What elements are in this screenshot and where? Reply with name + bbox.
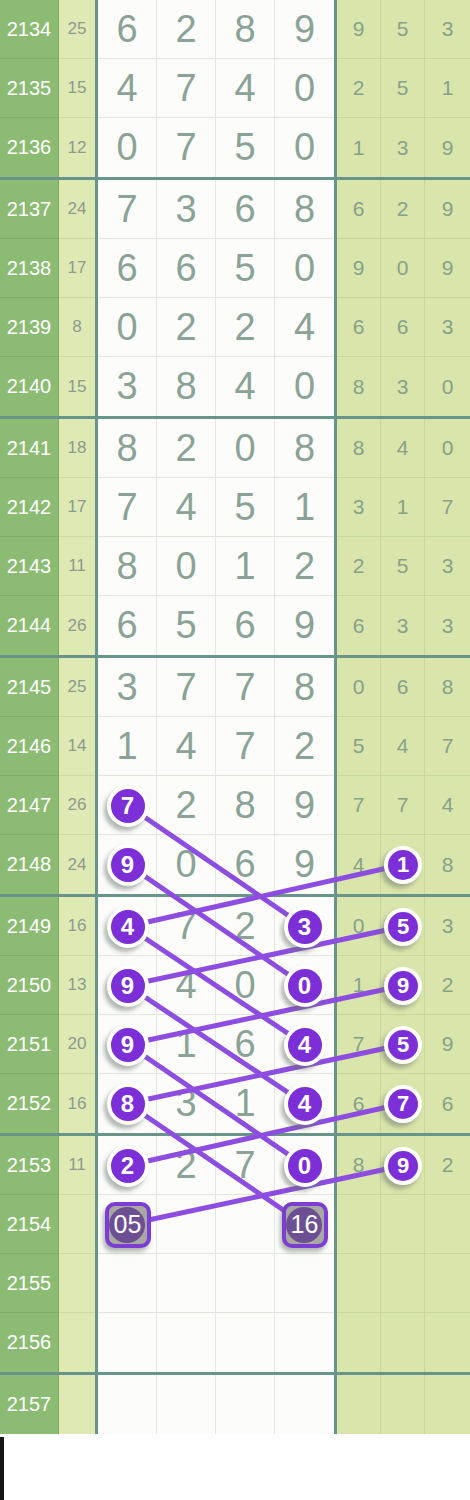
extra-digit-cell: 3: [425, 897, 470, 956]
table-row: 2138176650909: [0, 239, 470, 298]
digit-cell: 4: [157, 717, 216, 776]
digit-cell: [275, 1375, 334, 1434]
issue-number: 2148: [0, 835, 59, 894]
digit-cell: 3: [157, 1074, 216, 1133]
extra-digit-cell: 2: [337, 537, 381, 596]
digit-cell: 6: [216, 180, 275, 239]
trend-circle: 9: [107, 844, 149, 886]
sum-value: 15: [59, 357, 95, 416]
digit-cell: 9: [275, 596, 334, 655]
issue-number: 2136: [0, 118, 59, 177]
extra-digit-cell: 0: [337, 658, 381, 717]
digit-cell: [98, 1375, 157, 1434]
extra-digit-cell: 5: [381, 59, 425, 118]
extra-digit-cell: 8: [337, 357, 381, 416]
extra-digit-cell: 7: [425, 717, 470, 776]
extra-digit-cell: 2: [381, 180, 425, 239]
sum-value: 20: [59, 1015, 95, 1074]
issue-number: 2137: [0, 180, 59, 239]
issue-number: 2142: [0, 478, 59, 537]
digit-cell: 6: [216, 835, 275, 894]
sum-value: 12: [59, 118, 95, 177]
digit-cell: [216, 1375, 275, 1434]
digit-cell: 5: [216, 239, 275, 298]
extra-digit-cell: 3: [425, 537, 470, 596]
digit-cell: [157, 1195, 216, 1254]
extra-digit-cell: 3: [425, 298, 470, 357]
digit-cell: 6: [216, 596, 275, 655]
extra-digit-cell: 2: [425, 956, 470, 1015]
digit-cell: 2: [157, 0, 216, 59]
extra-digit-cell: 9: [425, 180, 470, 239]
digit-cell: 0: [98, 118, 157, 177]
extra-digit-cell: 3: [381, 596, 425, 655]
table-row: 2147267289774: [0, 776, 470, 835]
digit-cell: [216, 1254, 275, 1313]
digit-cell: 8: [157, 357, 216, 416]
lottery-trend-screen[interactable]: 2134256289953213515474025121361207501392…: [0, 0, 470, 1500]
extra-digit-cell: 3: [337, 478, 381, 537]
digit-cell: 7: [157, 59, 216, 118]
table-row: 2140153840830: [0, 357, 470, 416]
digit-cell: 0: [216, 956, 275, 1015]
digit-cell: 2: [157, 419, 216, 478]
table-row: 213980224663: [0, 298, 470, 357]
trend-circle: 1: [384, 846, 422, 884]
extra-digit-cell: 9: [425, 1015, 470, 1074]
issue-number: 2140: [0, 357, 59, 416]
digit-cell: 8: [216, 776, 275, 835]
digit-cell: 4: [216, 357, 275, 416]
issue-number: 2157: [0, 1375, 59, 1434]
extra-digit-cell: 0: [381, 239, 425, 298]
digit-cell: [275, 1254, 334, 1313]
extra-digit-cell: [425, 1195, 470, 1254]
extra-digit-cell: [337, 1195, 381, 1254]
digit-cell: 9: [275, 0, 334, 59]
table-row: 2135154740251: [0, 59, 470, 118]
digit-cell: 6: [98, 0, 157, 59]
extra-digit-cell: [381, 1375, 425, 1434]
digit-cell: 2: [275, 717, 334, 776]
extra-digit-cell: [425, 1313, 470, 1372]
extra-digit-cell: 3: [425, 596, 470, 655]
digit-cell: 9: [275, 835, 334, 894]
sum-value: [59, 1254, 95, 1313]
digit-cell: [157, 1313, 216, 1372]
trend-circle: 2: [107, 1145, 149, 1187]
pending-number-label: 05: [114, 1210, 142, 1239]
digit-cell: 1: [275, 478, 334, 537]
digit-cell: [275, 1313, 334, 1372]
extra-digit-cell: [337, 1375, 381, 1434]
extra-digit-cell: 9: [337, 0, 381, 59]
trend-circle: 4: [284, 1083, 326, 1125]
table-row: 2154: [0, 1195, 470, 1254]
digit-cell: 8: [216, 0, 275, 59]
sum-value: [59, 1313, 95, 1372]
trend-circle: 9: [384, 1147, 422, 1185]
extra-digit-cell: 9: [425, 239, 470, 298]
digit-cell: 4: [275, 298, 334, 357]
table-row: 2155: [0, 1254, 470, 1313]
trend-circle: 7: [384, 1085, 422, 1123]
digit-cell: 8: [275, 658, 334, 717]
extra-digit-cell: 1: [381, 478, 425, 537]
digit-cell: 6: [98, 596, 157, 655]
digit-cell: 0: [275, 357, 334, 416]
digit-cell: [98, 1254, 157, 1313]
extra-digit-cell: 5: [381, 0, 425, 59]
issue-number: 2155: [0, 1254, 59, 1313]
extra-digit-cell: [381, 1195, 425, 1254]
digit-cell: 3: [98, 357, 157, 416]
digit-cell: 4: [216, 59, 275, 118]
extra-digit-cell: 5: [381, 537, 425, 596]
extra-digit-cell: 9: [337, 239, 381, 298]
digit-cell: 8: [275, 180, 334, 239]
extra-digit-cell: 0: [425, 357, 470, 416]
extra-digit-cell: 7: [337, 1015, 381, 1074]
issue-number: 2156: [0, 1313, 59, 1372]
extra-digit-cell: 4: [381, 717, 425, 776]
digit-cell: 2: [275, 537, 334, 596]
sum-value: 25: [59, 658, 95, 717]
extra-digit-cell: 7: [381, 776, 425, 835]
digit-cell: 2: [157, 1136, 216, 1195]
extra-digit-cell: 6: [381, 298, 425, 357]
digit-cell: 2: [216, 298, 275, 357]
table-row: 2143118012253: [0, 537, 470, 596]
sum-value: 11: [59, 537, 95, 596]
issue-number: 2139: [0, 298, 59, 357]
digit-cell: 1: [216, 1074, 275, 1133]
digit-cell: 2: [157, 776, 216, 835]
trend-circle: 0: [284, 965, 326, 1007]
digit-cell: 6: [157, 239, 216, 298]
digit-cell: [157, 1375, 216, 1434]
issue-number: 2150: [0, 956, 59, 1015]
issue-number: 2146: [0, 717, 59, 776]
extra-digit-cell: [337, 1254, 381, 1313]
extra-digit-cell: 3: [425, 0, 470, 59]
extra-digit-cell: 3: [381, 118, 425, 177]
sum-value: [59, 1195, 95, 1254]
digit-cell: 5: [157, 596, 216, 655]
issue-number: 2135: [0, 59, 59, 118]
extra-digit-cell: 6: [337, 298, 381, 357]
sum-value: 17: [59, 478, 95, 537]
digit-cell: 8: [98, 419, 157, 478]
digit-cell: 2: [216, 897, 275, 956]
digit-cell: 7: [157, 658, 216, 717]
extra-digit-cell: 6: [381, 658, 425, 717]
sum-value: 11: [59, 1136, 95, 1195]
extra-digit-cell: 2: [425, 1136, 470, 1195]
sum-value: 18: [59, 419, 95, 478]
black-edge-mark: [0, 1437, 4, 1500]
digit-cell: 6: [216, 1015, 275, 1074]
extra-digit-cell: 6: [337, 180, 381, 239]
digit-cell: [216, 1313, 275, 1372]
trend-circle: 9: [107, 965, 149, 1007]
digit-cell: 3: [157, 180, 216, 239]
issue-number: 2152: [0, 1074, 59, 1133]
digit-cell: 6: [98, 239, 157, 298]
digit-cell: 8: [275, 419, 334, 478]
extra-digit-cell: 7: [337, 776, 381, 835]
digit-cell: 7: [216, 717, 275, 776]
extra-digit-cell: 1: [337, 118, 381, 177]
digit-cell: 8: [98, 537, 157, 596]
digit-cell: [98, 1313, 157, 1372]
digit-cell: 7: [98, 478, 157, 537]
trend-circle: 3: [284, 906, 326, 948]
trend-circle: 8: [107, 1083, 149, 1125]
table-row: 2136120750139: [0, 118, 470, 177]
digit-cell: 0: [157, 537, 216, 596]
issue-number: 2147: [0, 776, 59, 835]
issue-number: 2143: [0, 537, 59, 596]
digit-cell: [157, 1254, 216, 1313]
sum-value: 16: [59, 1074, 95, 1133]
extra-digit-cell: [425, 1375, 470, 1434]
digit-cell: 4: [157, 956, 216, 1015]
extra-digit-cell: 5: [337, 717, 381, 776]
extra-digit-cell: [337, 1313, 381, 1372]
table-row: 2142177451317: [0, 478, 470, 537]
trend-circle: 4: [284, 1024, 326, 1066]
issue-number: 2141: [0, 419, 59, 478]
digit-cell: 1: [98, 717, 157, 776]
trend-circle: 4: [107, 906, 149, 948]
extra-digit-cell: 4: [425, 776, 470, 835]
digit-cell: 0: [98, 298, 157, 357]
sum-value: 16: [59, 897, 95, 956]
extra-digit-cell: 4: [381, 419, 425, 478]
sum-value: 17: [59, 239, 95, 298]
extra-digit-cell: 4: [337, 835, 381, 894]
table-row: 2141188208840: [0, 416, 470, 478]
sum-value: 25: [59, 0, 95, 59]
extra-digit-cell: 8: [425, 658, 470, 717]
trend-circle: 5: [384, 908, 422, 946]
extra-digit-cell: 1: [425, 59, 470, 118]
digit-cell: 3: [98, 658, 157, 717]
sum-value: 24: [59, 180, 95, 239]
issue-number: 2138: [0, 239, 59, 298]
digit-cell: 1: [216, 537, 275, 596]
table-row: 2134256289953: [0, 0, 470, 59]
extra-digit-cell: 3: [381, 357, 425, 416]
issue-number: 2144: [0, 596, 59, 655]
trend-circle: 0: [284, 1145, 326, 1187]
issue-number: 2145: [0, 658, 59, 717]
extra-digit-cell: 6: [337, 1074, 381, 1133]
issue-number: 2149: [0, 897, 59, 956]
extra-digit-cell: 8: [337, 1136, 381, 1195]
trend-circle: 5: [384, 1026, 422, 1064]
extra-digit-cell: 9: [425, 118, 470, 177]
sum-value: 14: [59, 717, 95, 776]
trend-circle: 9: [107, 1024, 149, 1066]
digit-cell: 1: [157, 1015, 216, 1074]
issue-number: 2134: [0, 0, 59, 59]
table-row: 2156: [0, 1313, 470, 1372]
extra-digit-cell: 0: [337, 897, 381, 956]
extra-digit-cell: 8: [425, 835, 470, 894]
issue-number: 2154: [0, 1195, 59, 1254]
digit-cell: 4: [157, 478, 216, 537]
issue-number: 2151: [0, 1015, 59, 1074]
extra-digit-cell: 6: [425, 1074, 470, 1133]
extra-digit-cell: 2: [337, 59, 381, 118]
sum-value: 24: [59, 835, 95, 894]
trend-circle: 7: [107, 785, 149, 827]
sum-value: [59, 1375, 95, 1434]
digit-cell: 5: [216, 478, 275, 537]
digit-cell: 7: [216, 658, 275, 717]
digit-cell: 0: [275, 118, 334, 177]
sum-value: 26: [59, 596, 95, 655]
digit-cell: 7: [216, 1136, 275, 1195]
sum-value: 15: [59, 59, 95, 118]
pending-number-badge: 16: [282, 1202, 328, 1248]
table-row: 2145253778068: [0, 655, 470, 717]
digit-cell: 7: [98, 180, 157, 239]
extra-digit-cell: 6: [337, 596, 381, 655]
digit-cell: 0: [157, 835, 216, 894]
digit-cell: 0: [216, 419, 275, 478]
table-row: 2144266569633: [0, 596, 470, 655]
digit-cell: 9: [275, 776, 334, 835]
sum-value: 8: [59, 298, 95, 357]
digit-cell: 7: [157, 897, 216, 956]
digit-cell: 4: [98, 59, 157, 118]
digit-cell: 7: [157, 118, 216, 177]
extra-digit-cell: 1: [337, 956, 381, 1015]
pending-number-badge: 05: [105, 1202, 151, 1248]
table-row: 2137247368629: [0, 177, 470, 239]
issue-number: 2153: [0, 1136, 59, 1195]
digit-cell: 0: [275, 239, 334, 298]
extra-digit-cell: [425, 1254, 470, 1313]
extra-digit-cell: [381, 1254, 425, 1313]
extra-digit-cell: [381, 1313, 425, 1372]
table-row: 2157: [0, 1372, 470, 1434]
extra-digit-cell: 0: [425, 419, 470, 478]
table-row: 2146141472547: [0, 717, 470, 776]
pending-number-label: 16: [291, 1210, 319, 1239]
extra-digit-cell: 7: [425, 478, 470, 537]
sum-value: 13: [59, 956, 95, 1015]
extra-digit-cell: 8: [337, 419, 381, 478]
digit-cell: 5: [216, 118, 275, 177]
trend-circle: 9: [384, 967, 422, 1005]
trend-table: 2134256289953213515474025121361207501392…: [0, 0, 470, 1434]
page-bottom-whitespace: [0, 1434, 470, 1500]
sum-value: 26: [59, 776, 95, 835]
digit-cell: 0: [275, 59, 334, 118]
digit-cell: 2: [157, 298, 216, 357]
digit-cell: [216, 1195, 275, 1254]
